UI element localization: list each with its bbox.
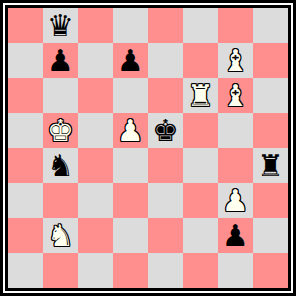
square-f5[interactable] bbox=[183, 113, 218, 148]
black-knight-piece[interactable]: ♞ bbox=[43, 148, 78, 183]
square-h1[interactable] bbox=[253, 253, 288, 288]
square-a8[interactable] bbox=[8, 8, 43, 43]
square-c1[interactable] bbox=[78, 253, 113, 288]
square-e1[interactable] bbox=[148, 253, 183, 288]
black-pawn-piece[interactable]: ♟ bbox=[218, 218, 253, 253]
square-h6[interactable] bbox=[253, 78, 288, 113]
square-g5[interactable] bbox=[218, 113, 253, 148]
square-g7[interactable]: ♝ bbox=[218, 43, 253, 78]
square-b8[interactable]: ♛ bbox=[43, 8, 78, 43]
square-e4[interactable] bbox=[148, 148, 183, 183]
square-b3[interactable] bbox=[43, 183, 78, 218]
board-frame-stripe: ♛♟♟♝♜♝♚♟♚♞♜♟♞♟ bbox=[3, 3, 293, 293]
square-c5[interactable] bbox=[78, 113, 113, 148]
square-a5[interactable] bbox=[8, 113, 43, 148]
square-f6[interactable]: ♜ bbox=[183, 78, 218, 113]
square-h3[interactable] bbox=[253, 183, 288, 218]
square-a1[interactable] bbox=[8, 253, 43, 288]
square-d5[interactable]: ♟ bbox=[113, 113, 148, 148]
white-bishop-piece[interactable]: ♝ bbox=[218, 43, 253, 78]
square-e3[interactable] bbox=[148, 183, 183, 218]
square-e7[interactable] bbox=[148, 43, 183, 78]
chessboard: ♛♟♟♝♜♝♚♟♚♞♜♟♞♟ bbox=[8, 8, 288, 288]
square-g1[interactable] bbox=[218, 253, 253, 288]
square-d8[interactable] bbox=[113, 8, 148, 43]
square-f8[interactable] bbox=[183, 8, 218, 43]
square-a7[interactable] bbox=[8, 43, 43, 78]
square-h4[interactable]: ♜ bbox=[253, 148, 288, 183]
black-pawn-piece[interactable]: ♟ bbox=[113, 43, 148, 78]
black-rook-piece[interactable]: ♜ bbox=[253, 148, 288, 183]
white-pawn-piece[interactable]: ♟ bbox=[113, 113, 148, 148]
square-g3[interactable]: ♟ bbox=[218, 183, 253, 218]
square-h5[interactable] bbox=[253, 113, 288, 148]
square-d7[interactable]: ♟ bbox=[113, 43, 148, 78]
square-d2[interactable] bbox=[113, 218, 148, 253]
square-h2[interactable] bbox=[253, 218, 288, 253]
square-c7[interactable] bbox=[78, 43, 113, 78]
square-e8[interactable] bbox=[148, 8, 183, 43]
white-king-piece[interactable]: ♚ bbox=[43, 113, 78, 148]
square-h7[interactable] bbox=[253, 43, 288, 78]
square-f1[interactable] bbox=[183, 253, 218, 288]
square-d3[interactable] bbox=[113, 183, 148, 218]
square-c2[interactable] bbox=[78, 218, 113, 253]
square-d1[interactable] bbox=[113, 253, 148, 288]
square-f7[interactable] bbox=[183, 43, 218, 78]
square-g4[interactable] bbox=[218, 148, 253, 183]
square-f2[interactable] bbox=[183, 218, 218, 253]
board-frame-inner: ♛♟♟♝♜♝♚♟♚♞♜♟♞♟ bbox=[5, 5, 291, 291]
square-a3[interactable] bbox=[8, 183, 43, 218]
square-g2[interactable]: ♟ bbox=[218, 218, 253, 253]
white-knight-piece[interactable]: ♞ bbox=[43, 218, 78, 253]
square-g6[interactable]: ♝ bbox=[218, 78, 253, 113]
square-f4[interactable] bbox=[183, 148, 218, 183]
square-d4[interactable] bbox=[113, 148, 148, 183]
black-queen-piece[interactable]: ♛ bbox=[43, 8, 78, 43]
square-c4[interactable] bbox=[78, 148, 113, 183]
white-pawn-piece[interactable]: ♟ bbox=[218, 183, 253, 218]
square-c6[interactable] bbox=[78, 78, 113, 113]
square-b5[interactable]: ♚ bbox=[43, 113, 78, 148]
square-b7[interactable]: ♟ bbox=[43, 43, 78, 78]
square-e2[interactable] bbox=[148, 218, 183, 253]
square-b2[interactable]: ♞ bbox=[43, 218, 78, 253]
black-king-piece[interactable]: ♚ bbox=[148, 113, 183, 148]
board-frame: ♛♟♟♝♜♝♚♟♚♞♜♟♞♟ bbox=[0, 0, 296, 296]
square-b6[interactable] bbox=[43, 78, 78, 113]
square-c3[interactable] bbox=[78, 183, 113, 218]
square-f3[interactable] bbox=[183, 183, 218, 218]
square-e5[interactable]: ♚ bbox=[148, 113, 183, 148]
square-e6[interactable] bbox=[148, 78, 183, 113]
white-bishop-piece[interactable]: ♝ bbox=[218, 78, 253, 113]
square-h8[interactable] bbox=[253, 8, 288, 43]
square-b4[interactable]: ♞ bbox=[43, 148, 78, 183]
square-a2[interactable] bbox=[8, 218, 43, 253]
square-c8[interactable] bbox=[78, 8, 113, 43]
white-rook-piece[interactable]: ♜ bbox=[183, 78, 218, 113]
square-b1[interactable] bbox=[43, 253, 78, 288]
black-pawn-piece[interactable]: ♟ bbox=[43, 43, 78, 78]
square-a6[interactable] bbox=[8, 78, 43, 113]
square-g8[interactable] bbox=[218, 8, 253, 43]
square-d6[interactable] bbox=[113, 78, 148, 113]
square-a4[interactable] bbox=[8, 148, 43, 183]
